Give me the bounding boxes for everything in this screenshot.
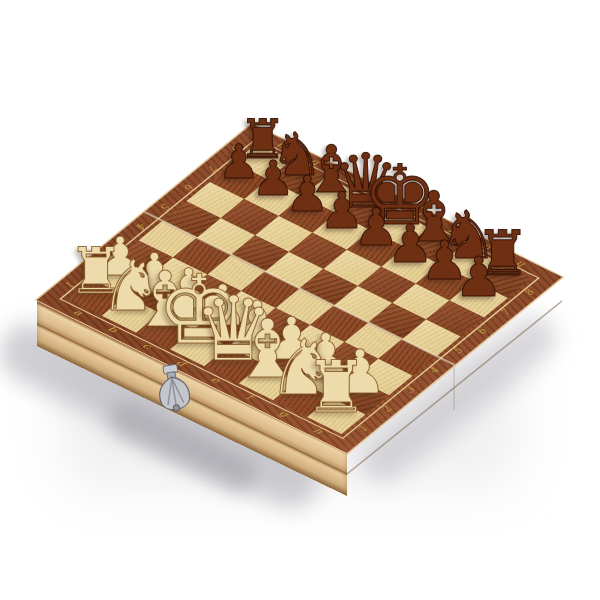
rank-label-right-3: 3 — [401, 385, 418, 395]
clasp-latch-icon — [146, 361, 202, 424]
file-label-front-h: h — [311, 425, 326, 435]
file-label-back-c: c — [342, 175, 356, 185]
chess-board: aabbccddeeffgghh1122334455667788 — [37, 124, 562, 453]
fold-notch — [454, 363, 455, 410]
file-label-front-g: g — [276, 409, 291, 419]
file-label-front-e: e — [208, 375, 223, 385]
file-label-front-a: a — [71, 307, 86, 317]
file-label-back-g: g — [479, 243, 494, 253]
rank-label-right-2: 2 — [378, 404, 395, 414]
file-label-back-f: f — [446, 226, 458, 235]
product-photo: aabbccddeeffgghh1122334455667788 ♜♞♝♛♚♝♞… — [0, 0, 600, 600]
rank-label-right-5: 5 — [449, 346, 466, 356]
rank-label-right-1: 1 — [354, 424, 371, 434]
rank-label-right-8: 8 — [520, 288, 537, 298]
file-label-back-h: h — [513, 260, 528, 270]
rank-label-left-6: 6 — [181, 182, 198, 192]
rank-label-left-3: 3 — [109, 241, 126, 251]
rank-label-right-7: 7 — [496, 307, 513, 317]
rank-label-left-5: 5 — [157, 202, 174, 212]
rank-label-left-1: 1 — [62, 280, 79, 290]
rank-label-left-2: 2 — [86, 260, 103, 270]
file-label-back-b: b — [307, 158, 322, 168]
file-label-back-e: e — [411, 209, 426, 219]
file-label-back-a: a — [273, 141, 288, 151]
rank-label-right-4: 4 — [425, 365, 442, 375]
rank-label-left-8: 8 — [228, 143, 245, 153]
file-label-front-b: b — [105, 324, 120, 334]
file-label-back-d: d — [376, 192, 391, 202]
rank-label-left-7: 7 — [204, 163, 221, 173]
rank-label-left-4: 4 — [133, 221, 150, 231]
file-label-front-f: f — [243, 392, 255, 401]
rank-label-right-6: 6 — [473, 326, 490, 336]
file-label-front-c: c — [140, 341, 154, 351]
